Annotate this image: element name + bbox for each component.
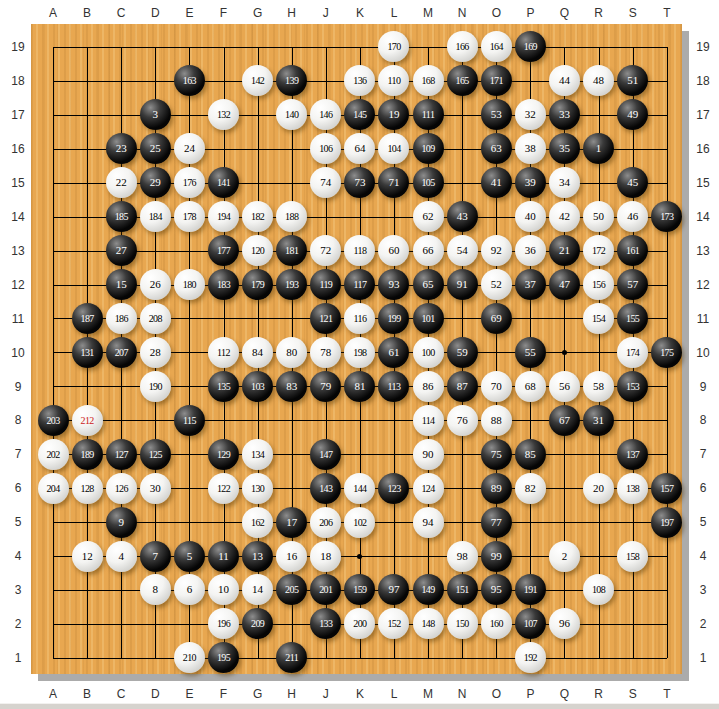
- board-cell[interactable]: [36, 607, 70, 641]
- board-cell[interactable]: 10: [206, 573, 240, 607]
- board-cell[interactable]: [582, 539, 616, 573]
- board-cell[interactable]: [104, 403, 138, 437]
- board-cell[interactable]: [582, 166, 616, 200]
- board-cell[interactable]: 161: [616, 234, 650, 268]
- board-cell[interactable]: 197: [650, 505, 684, 539]
- board-cell[interactable]: 120: [241, 234, 275, 268]
- board-cell[interactable]: [36, 573, 70, 607]
- board-cell[interactable]: 45: [616, 166, 650, 200]
- board-cell[interactable]: 91: [445, 268, 479, 302]
- board-cell[interactable]: [616, 607, 650, 641]
- board-cell[interactable]: [275, 607, 309, 641]
- board-cell[interactable]: 185: [104, 200, 138, 234]
- board-cell[interactable]: 152: [377, 607, 411, 641]
- board-cell[interactable]: [513, 505, 547, 539]
- board-cell[interactable]: 84: [241, 335, 275, 369]
- board-cell[interactable]: [513, 539, 547, 573]
- board-cell[interactable]: [36, 641, 70, 675]
- board-cell[interactable]: 168: [411, 64, 445, 98]
- board-cell[interactable]: 196: [206, 607, 240, 641]
- board-cell[interactable]: [513, 64, 547, 98]
- board-cell[interactable]: 71: [377, 166, 411, 200]
- board-cell[interactable]: 3: [138, 98, 172, 132]
- board-cell[interactable]: [547, 471, 581, 505]
- board-cell[interactable]: [172, 607, 206, 641]
- board-cell[interactable]: [172, 471, 206, 505]
- board-cell[interactable]: 192: [513, 641, 547, 675]
- board-cell[interactable]: 48: [582, 64, 616, 98]
- board-cell[interactable]: 51: [616, 64, 650, 98]
- board-cell[interactable]: 11: [206, 539, 240, 573]
- board-cell[interactable]: 52: [479, 268, 513, 302]
- board-cell[interactable]: 60: [377, 234, 411, 268]
- board-cell[interactable]: 4: [104, 539, 138, 573]
- board-cell[interactable]: [36, 234, 70, 268]
- board-cell[interactable]: [650, 437, 684, 471]
- board-cell[interactable]: [582, 30, 616, 64]
- board-cell[interactable]: 124: [411, 471, 445, 505]
- board-cell[interactable]: [104, 641, 138, 675]
- board-cell[interactable]: 28: [138, 335, 172, 369]
- board-cell[interactable]: 137: [616, 437, 650, 471]
- board-cell[interactable]: [479, 335, 513, 369]
- board-cell[interactable]: [650, 166, 684, 200]
- board-cell[interactable]: [241, 30, 275, 64]
- board-cell[interactable]: 26: [138, 268, 172, 302]
- board-cell[interactable]: 13: [241, 539, 275, 573]
- board-cell[interactable]: [343, 437, 377, 471]
- board-cell[interactable]: [70, 200, 104, 234]
- board-cell[interactable]: [650, 641, 684, 675]
- board-cell[interactable]: [411, 30, 445, 64]
- board-cell[interactable]: 130: [241, 471, 275, 505]
- board-cell[interactable]: 212: [70, 403, 104, 437]
- board-cell[interactable]: [172, 98, 206, 132]
- board-cell[interactable]: [309, 30, 343, 64]
- board-cell[interactable]: 14: [241, 573, 275, 607]
- board-cell[interactable]: 66: [411, 234, 445, 268]
- board-cell[interactable]: [582, 437, 616, 471]
- board-cell[interactable]: 69: [479, 302, 513, 336]
- board-cell[interactable]: 175: [650, 335, 684, 369]
- board-cell[interactable]: 16: [275, 539, 309, 573]
- board-cell[interactable]: [275, 471, 309, 505]
- board-cell[interactable]: 148: [411, 607, 445, 641]
- board-cell[interactable]: 145: [343, 98, 377, 132]
- board-cell[interactable]: 125: [138, 437, 172, 471]
- board-cell[interactable]: 139: [275, 64, 309, 98]
- board-cell[interactable]: [343, 200, 377, 234]
- board-cell[interactable]: 163: [172, 64, 206, 98]
- board-cell[interactable]: 53: [479, 98, 513, 132]
- board-cell[interactable]: 9: [104, 505, 138, 539]
- board-cell[interactable]: 157: [650, 471, 684, 505]
- board-cell[interactable]: [36, 132, 70, 166]
- board-cell[interactable]: 98: [445, 539, 479, 573]
- board-cell[interactable]: [36, 64, 70, 98]
- board-cell[interactable]: [275, 403, 309, 437]
- board-cell[interactable]: [70, 132, 104, 166]
- board-cell[interactable]: [616, 30, 650, 64]
- board-cell[interactable]: [650, 234, 684, 268]
- board-cell[interactable]: 67: [547, 403, 581, 437]
- board-cell[interactable]: 79: [309, 369, 343, 403]
- board-cell[interactable]: 83: [275, 369, 309, 403]
- board-cell[interactable]: 184: [138, 200, 172, 234]
- board-cell[interactable]: 5: [172, 539, 206, 573]
- board-cell[interactable]: [70, 268, 104, 302]
- board-cell[interactable]: 142: [241, 64, 275, 98]
- board-cell[interactable]: 25: [138, 132, 172, 166]
- board-cell[interactable]: 75: [479, 437, 513, 471]
- board-cell[interactable]: [206, 132, 240, 166]
- board-cell[interactable]: [650, 98, 684, 132]
- board-cell[interactable]: [479, 641, 513, 675]
- board-cell[interactable]: [650, 369, 684, 403]
- board-cell[interactable]: [275, 302, 309, 336]
- board-cell[interactable]: 100: [411, 335, 445, 369]
- board-cell[interactable]: 12: [70, 539, 104, 573]
- board-cell[interactable]: 182: [241, 200, 275, 234]
- board-cell[interactable]: 57: [616, 268, 650, 302]
- board-cell[interactable]: [241, 641, 275, 675]
- board-cell[interactable]: 183: [206, 268, 240, 302]
- board-cell[interactable]: 42: [547, 200, 581, 234]
- board-cell[interactable]: 118: [343, 234, 377, 268]
- board-cell[interactable]: 199: [377, 302, 411, 336]
- board-cell[interactable]: [650, 607, 684, 641]
- board-cell[interactable]: 94: [411, 505, 445, 539]
- board-cell[interactable]: 113: [377, 369, 411, 403]
- board-cell[interactable]: 37: [513, 268, 547, 302]
- board-cell[interactable]: [547, 30, 581, 64]
- board-cell[interactable]: [275, 30, 309, 64]
- board-cell[interactable]: 92: [479, 234, 513, 268]
- board-cell[interactable]: [513, 403, 547, 437]
- board-cell[interactable]: [616, 132, 650, 166]
- board-cell[interactable]: 146: [309, 98, 343, 132]
- board-cell[interactable]: 171: [479, 64, 513, 98]
- board-cell[interactable]: 36: [513, 234, 547, 268]
- board-cell[interactable]: 63: [479, 132, 513, 166]
- board-cell[interactable]: 110: [377, 64, 411, 98]
- board-cell[interactable]: 141: [206, 166, 240, 200]
- board-cell[interactable]: [377, 403, 411, 437]
- board-cell[interactable]: 30: [138, 471, 172, 505]
- board-cell[interactable]: 193: [275, 268, 309, 302]
- board-cell[interactable]: 191: [513, 573, 547, 607]
- board-cell[interactable]: [343, 403, 377, 437]
- board-cell[interactable]: [241, 98, 275, 132]
- board-cell[interactable]: [241, 132, 275, 166]
- board-cell[interactable]: 208: [138, 302, 172, 336]
- board-cell[interactable]: 126: [104, 471, 138, 505]
- board-cell[interactable]: [445, 437, 479, 471]
- board-cell[interactable]: [377, 437, 411, 471]
- board-cell[interactable]: 99: [479, 539, 513, 573]
- board-cell[interactable]: 140: [275, 98, 309, 132]
- board-cell[interactable]: 131: [70, 335, 104, 369]
- board-cell[interactable]: [36, 268, 70, 302]
- board-cell[interactable]: 90: [411, 437, 445, 471]
- board-cell[interactable]: [513, 302, 547, 336]
- board-cell[interactable]: [343, 641, 377, 675]
- board-cell[interactable]: 169: [513, 30, 547, 64]
- board-cell[interactable]: 7: [138, 539, 172, 573]
- board-cell[interactable]: 61: [377, 335, 411, 369]
- board-cell[interactable]: [650, 30, 684, 64]
- board-cell[interactable]: [138, 64, 172, 98]
- board-cell[interactable]: 154: [582, 302, 616, 336]
- board-cell[interactable]: 105: [411, 166, 445, 200]
- board-cell[interactable]: 186: [104, 302, 138, 336]
- board-cell[interactable]: [445, 98, 479, 132]
- board-cell[interactable]: [275, 437, 309, 471]
- board-cell[interactable]: [616, 403, 650, 437]
- board-cell[interactable]: 162: [241, 505, 275, 539]
- board-cell[interactable]: 39: [513, 166, 547, 200]
- board-cell[interactable]: 179: [241, 268, 275, 302]
- board-cell[interactable]: 200: [343, 607, 377, 641]
- board-cell[interactable]: [172, 335, 206, 369]
- board-cell[interactable]: [445, 302, 479, 336]
- board-cell[interactable]: 104: [377, 132, 411, 166]
- board-cell[interactable]: [36, 166, 70, 200]
- board-cell[interactable]: 180: [172, 268, 206, 302]
- board-cell[interactable]: 108: [582, 573, 616, 607]
- board-cell[interactable]: [377, 539, 411, 573]
- board-cell[interactable]: [104, 607, 138, 641]
- board-cell[interactable]: 33: [547, 98, 581, 132]
- board-cell[interactable]: [138, 607, 172, 641]
- board-cell[interactable]: 138: [616, 471, 650, 505]
- board-cell[interactable]: 127: [104, 437, 138, 471]
- board-cell[interactable]: [206, 403, 240, 437]
- board-cell[interactable]: [582, 641, 616, 675]
- board-cell[interactable]: [547, 302, 581, 336]
- board-cell[interactable]: [445, 505, 479, 539]
- board-cell[interactable]: [104, 30, 138, 64]
- board-cell[interactable]: 165: [445, 64, 479, 98]
- board-cell[interactable]: 101: [411, 302, 445, 336]
- board-cell[interactable]: [309, 641, 343, 675]
- board-cell[interactable]: 117: [343, 268, 377, 302]
- board-cell[interactable]: 147: [309, 437, 343, 471]
- board-cell[interactable]: [650, 573, 684, 607]
- board-cell[interactable]: [104, 369, 138, 403]
- board-cell[interactable]: 1: [582, 132, 616, 166]
- board-cell[interactable]: 56: [547, 369, 581, 403]
- board-cell[interactable]: 6: [172, 573, 206, 607]
- board-cell[interactable]: [445, 471, 479, 505]
- board-cell[interactable]: 177: [206, 234, 240, 268]
- board-cell[interactable]: 136: [343, 64, 377, 98]
- board-cell[interactable]: 59: [445, 335, 479, 369]
- board-cell[interactable]: [36, 505, 70, 539]
- board-cell[interactable]: 107: [513, 607, 547, 641]
- board-cell[interactable]: 119: [309, 268, 343, 302]
- board-cell[interactable]: [343, 30, 377, 64]
- board-cell[interactable]: [206, 302, 240, 336]
- board-cell[interactable]: [70, 166, 104, 200]
- board-cell[interactable]: 22: [104, 166, 138, 200]
- board-cell[interactable]: 129: [206, 437, 240, 471]
- board-cell[interactable]: 109: [411, 132, 445, 166]
- board-cell[interactable]: 203: [36, 403, 70, 437]
- board-cell[interactable]: 205: [275, 573, 309, 607]
- board-cell[interactable]: 115: [172, 403, 206, 437]
- board-cell[interactable]: 86: [411, 369, 445, 403]
- board-cell[interactable]: 198: [343, 335, 377, 369]
- board-cell[interactable]: 68: [513, 369, 547, 403]
- board-cell[interactable]: [70, 369, 104, 403]
- board-cell[interactable]: 121: [309, 302, 343, 336]
- board-cell[interactable]: 62: [411, 200, 445, 234]
- board-cell[interactable]: 188: [275, 200, 309, 234]
- board-cell[interactable]: 159: [343, 573, 377, 607]
- board-cell[interactable]: 106: [309, 132, 343, 166]
- board-cell[interactable]: 70: [479, 369, 513, 403]
- board-cell[interactable]: [616, 573, 650, 607]
- board-cell[interactable]: 44: [547, 64, 581, 98]
- board-cell[interactable]: 211: [275, 641, 309, 675]
- board-cell[interactable]: 21: [547, 234, 581, 268]
- board-cell[interactable]: [172, 302, 206, 336]
- board-cell[interactable]: 174: [616, 335, 650, 369]
- board-cell[interactable]: 34: [547, 166, 581, 200]
- board-cell[interactable]: [206, 64, 240, 98]
- board-cell[interactable]: 114: [411, 403, 445, 437]
- board-cell[interactable]: [206, 30, 240, 64]
- board-cell[interactable]: 170: [377, 30, 411, 64]
- board-cell[interactable]: [650, 403, 684, 437]
- board-cell[interactable]: 166: [445, 30, 479, 64]
- board-cell[interactable]: 65: [411, 268, 445, 302]
- board-cell[interactable]: [309, 64, 343, 98]
- board-cell[interactable]: [616, 641, 650, 675]
- board-cell[interactable]: 38: [513, 132, 547, 166]
- board-cell[interactable]: 112: [206, 335, 240, 369]
- board-cell[interactable]: [172, 234, 206, 268]
- board-cell[interactable]: [445, 641, 479, 675]
- board-cell[interactable]: 40: [513, 200, 547, 234]
- board-cell[interactable]: 27: [104, 234, 138, 268]
- board-cell[interactable]: [70, 98, 104, 132]
- board-cell[interactable]: 201: [309, 573, 343, 607]
- board-cell[interactable]: [650, 268, 684, 302]
- board-cell[interactable]: [36, 98, 70, 132]
- board-cell[interactable]: 209: [241, 607, 275, 641]
- board-cell[interactable]: [582, 98, 616, 132]
- board-cell[interactable]: [377, 641, 411, 675]
- board-cell[interactable]: 176: [172, 166, 206, 200]
- board-cell[interactable]: [172, 437, 206, 471]
- board-cell[interactable]: 73: [343, 166, 377, 200]
- board-cell[interactable]: 206: [309, 505, 343, 539]
- board-cell[interactable]: 156: [582, 268, 616, 302]
- board-cell[interactable]: [616, 505, 650, 539]
- board-cell[interactable]: [275, 166, 309, 200]
- board-cell[interactable]: 58: [582, 369, 616, 403]
- board-cell[interactable]: 78: [309, 335, 343, 369]
- board-cell[interactable]: [70, 641, 104, 675]
- board-cell[interactable]: [172, 30, 206, 64]
- board-cell[interactable]: [445, 166, 479, 200]
- board-cell[interactable]: [547, 335, 581, 369]
- board-cell[interactable]: 133: [309, 607, 343, 641]
- board-cell[interactable]: [70, 234, 104, 268]
- board-cell[interactable]: 80: [275, 335, 309, 369]
- board-cell[interactable]: [36, 30, 70, 64]
- board-cell[interactable]: 15: [104, 268, 138, 302]
- board-cell[interactable]: [411, 641, 445, 675]
- board-cell[interactable]: 102: [343, 505, 377, 539]
- board-cell[interactable]: 135: [206, 369, 240, 403]
- board-cell[interactable]: 111: [411, 98, 445, 132]
- board-cell[interactable]: 173: [650, 200, 684, 234]
- board-cell[interactable]: [36, 369, 70, 403]
- board-cell[interactable]: [36, 539, 70, 573]
- board-cell[interactable]: [138, 403, 172, 437]
- board-cell[interactable]: 143: [309, 471, 343, 505]
- board-cell[interactable]: 93: [377, 268, 411, 302]
- board-cell[interactable]: [138, 505, 172, 539]
- board-cell[interactable]: 155: [616, 302, 650, 336]
- board-cell[interactable]: [138, 641, 172, 675]
- board-cell[interactable]: 46: [616, 200, 650, 234]
- board-cell[interactable]: 50: [582, 200, 616, 234]
- board-cell[interactable]: [547, 437, 581, 471]
- board-cell[interactable]: [309, 200, 343, 234]
- board-cell[interactable]: 187: [70, 302, 104, 336]
- board-cell[interactable]: 29: [138, 166, 172, 200]
- board-cell[interactable]: [104, 573, 138, 607]
- board-cell[interactable]: 20: [582, 471, 616, 505]
- board-cell[interactable]: [241, 166, 275, 200]
- board-cell[interactable]: 41: [479, 166, 513, 200]
- board-cell[interactable]: 24: [172, 132, 206, 166]
- board-cell[interactable]: [70, 607, 104, 641]
- board-cell[interactable]: [650, 539, 684, 573]
- board-cell[interactable]: [547, 641, 581, 675]
- board-cell[interactable]: 72: [309, 234, 343, 268]
- board-cell[interactable]: [36, 335, 70, 369]
- board-cell[interactable]: [70, 64, 104, 98]
- board-cell[interactable]: 49: [616, 98, 650, 132]
- board-cell[interactable]: [650, 64, 684, 98]
- board-cell[interactable]: 153: [616, 369, 650, 403]
- board-cell[interactable]: 164: [479, 30, 513, 64]
- board-cell[interactable]: [70, 573, 104, 607]
- board-cell[interactable]: 76: [445, 403, 479, 437]
- board-cell[interactable]: 77: [479, 505, 513, 539]
- board-cell[interactable]: 55: [513, 335, 547, 369]
- board-cell[interactable]: [206, 505, 240, 539]
- board-cell[interactable]: 123: [377, 471, 411, 505]
- board-cell[interactable]: 23: [104, 132, 138, 166]
- board-cell[interactable]: 160: [479, 607, 513, 641]
- board-cell[interactable]: 43: [445, 200, 479, 234]
- board-cell[interactable]: [275, 132, 309, 166]
- board-cell[interactable]: 74: [309, 166, 343, 200]
- board-cell[interactable]: 151: [445, 573, 479, 607]
- board-cell[interactable]: 89: [479, 471, 513, 505]
- board-cell[interactable]: [241, 302, 275, 336]
- board-cell[interactable]: 95: [479, 573, 513, 607]
- board-cell[interactable]: 8: [138, 573, 172, 607]
- board-cell[interactable]: 97: [377, 573, 411, 607]
- board-cell[interactable]: [104, 98, 138, 132]
